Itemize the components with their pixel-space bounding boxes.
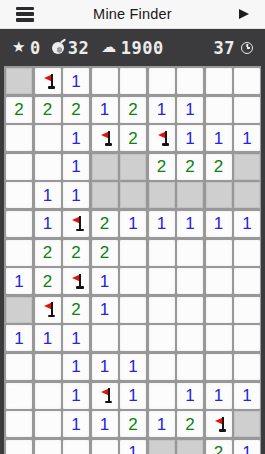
menu-button[interactable] (16, 7, 34, 22)
cell-r3c5[interactable]: 2 (120, 125, 146, 151)
cell-r5c5[interactable] (120, 182, 146, 208)
cell-r9c9[interactable] (234, 297, 260, 323)
navbar: Mine Finder (0, 0, 265, 29)
cell-r5c9[interactable] (234, 182, 260, 208)
flag-icon (212, 417, 225, 432)
cell-r10c2[interactable]: 1 (35, 325, 61, 351)
clock-icon (241, 42, 253, 54)
cell-r7c4[interactable]: 2 (92, 240, 118, 266)
cell-r11c7[interactable] (177, 354, 203, 380)
hamburger-icon (16, 18, 34, 21)
cell-r6c9[interactable]: 1 (234, 211, 260, 237)
cell-r8c6[interactable] (149, 268, 175, 294)
cell-r8c5[interactable] (120, 268, 146, 294)
cell-r13c2[interactable] (35, 411, 61, 437)
cell-r11c8[interactable] (206, 354, 232, 380)
cell-r12c4[interactable] (92, 383, 118, 409)
cell-r14c8[interactable]: 2 (206, 440, 232, 454)
cell-r8c9[interactable] (234, 268, 260, 294)
cell-r11c1[interactable] (6, 354, 32, 380)
cell-r9c7[interactable] (177, 297, 203, 323)
cell-r13c4[interactable]: 1 (92, 411, 118, 437)
cell-r1c9[interactable] (234, 68, 260, 94)
cloud-icon: ☁ (101, 40, 117, 55)
cell-r5c6[interactable] (149, 182, 175, 208)
status-bar: ★ 0 32 ☁ 1900 37 (0, 29, 265, 66)
cell-r3c1[interactable] (6, 125, 32, 151)
cell-r1c8[interactable] (206, 68, 232, 94)
cell-r5c3[interactable]: 1 (63, 182, 89, 208)
timer: 37 (214, 38, 253, 58)
cell-r3c8[interactable]: 1 (206, 125, 232, 151)
cell-r10c3[interactable]: 1 (63, 325, 89, 351)
cell-r4c3[interactable]: 1 (63, 154, 89, 180)
cell-r8c8[interactable] (206, 268, 232, 294)
cell-r1c5[interactable] (120, 68, 146, 94)
cell-r10c5[interactable] (120, 325, 146, 351)
cell-r12c1[interactable] (6, 383, 32, 409)
star-counter: ★ 0 (12, 38, 41, 58)
cell-r3c6[interactable] (149, 125, 175, 151)
mine-count: 32 (68, 38, 89, 58)
cell-r2c1[interactable]: 2 (6, 97, 32, 123)
cell-r10c8[interactable] (206, 325, 232, 351)
cell-r14c5[interactable]: 1 (120, 440, 146, 454)
cell-r5c7[interactable] (177, 182, 203, 208)
cell-r9c8[interactable] (206, 297, 232, 323)
cell-r1c3[interactable]: 1 (63, 68, 89, 94)
cell-r8c1[interactable]: 1 (6, 268, 32, 294)
cell-r2c9[interactable] (234, 97, 260, 123)
cell-r2c7[interactable]: 1 (177, 97, 203, 123)
cell-r2c5[interactable]: 2 (120, 97, 146, 123)
cell-r7c9[interactable] (234, 240, 260, 266)
cell-r10c9[interactable] (234, 325, 260, 351)
flag-icon (98, 388, 111, 403)
cell-r14c4[interactable] (92, 440, 118, 454)
score-counter: ☁ 1900 (101, 38, 163, 58)
cell-r2c8[interactable] (206, 97, 232, 123)
cell-r1c2[interactable] (35, 68, 61, 94)
flag-icon (98, 131, 111, 146)
cell-r6c7[interactable]: 1 (177, 211, 203, 237)
cell-r4c5[interactable] (120, 154, 146, 180)
cell-r14c1[interactable] (6, 440, 32, 454)
cell-r12c3[interactable]: 1 (63, 383, 89, 409)
cell-r10c7[interactable] (177, 325, 203, 351)
cell-r14c7[interactable] (177, 440, 203, 454)
mine-counter: 32 (52, 38, 89, 58)
cell-r12c6[interactable] (149, 383, 175, 409)
cell-r2c4[interactable]: 1 (92, 97, 118, 123)
cell-r14c6[interactable] (149, 440, 175, 454)
cell-r11c4[interactable]: 1 (92, 354, 118, 380)
cell-r3c2[interactable] (35, 125, 61, 151)
cell-r4c9[interactable] (234, 154, 260, 180)
cell-r5c2[interactable]: 1 (35, 182, 61, 208)
cell-r11c6[interactable] (149, 354, 175, 380)
cell-r13c8[interactable] (206, 411, 232, 437)
cell-r13c5[interactable]: 2 (120, 411, 146, 437)
cell-r6c6[interactable]: 1 (149, 211, 175, 237)
cell-r12c2[interactable] (35, 383, 61, 409)
cell-r10c6[interactable] (149, 325, 175, 351)
bomb-icon (52, 42, 64, 54)
hamburger-icon (16, 7, 34, 10)
cell-r2c6[interactable]: 1 (149, 97, 175, 123)
cell-r6c4[interactable]: 2 (92, 211, 118, 237)
cell-r6c2[interactable]: 1 (35, 211, 61, 237)
cell-r4c6[interactable]: 2 (149, 154, 175, 180)
cell-r9c4[interactable]: 1 (92, 297, 118, 323)
cell-r10c1[interactable]: 1 (6, 325, 32, 351)
cell-r11c3[interactable]: 1 (63, 354, 89, 380)
cell-r3c3[interactable]: 1 (63, 125, 89, 151)
cell-r5c4[interactable] (92, 182, 118, 208)
flag-icon (155, 131, 168, 146)
cell-r7c8[interactable] (206, 240, 232, 266)
cell-r4c7[interactable]: 2 (177, 154, 203, 180)
cell-r3c9[interactable]: 1 (234, 125, 260, 151)
cell-r9c5[interactable] (120, 297, 146, 323)
cell-r1c1[interactable] (6, 68, 32, 94)
cell-r7c6[interactable] (149, 240, 175, 266)
cell-r2c2[interactable]: 2 (35, 97, 61, 123)
cell-r7c7[interactable] (177, 240, 203, 266)
cell-r13c3[interactable]: 1 (63, 411, 89, 437)
cell-r14c2[interactable] (35, 440, 61, 454)
cell-r7c1[interactable] (6, 240, 32, 266)
cell-r1c4[interactable] (92, 68, 118, 94)
cell-r9c3[interactable]: 2 (63, 297, 89, 323)
cell-r3c4[interactable] (92, 125, 118, 151)
cell-r13c1[interactable] (6, 411, 32, 437)
flag-icon (70, 216, 83, 231)
cell-r14c3[interactable] (63, 440, 89, 454)
cell-r12c8[interactable]: 1 (206, 383, 232, 409)
cell-r6c3[interactable] (63, 211, 89, 237)
cell-r9c1[interactable] (6, 297, 32, 323)
cell-r13c6[interactable]: 1 (149, 411, 175, 437)
cell-r7c2[interactable]: 2 (35, 240, 61, 266)
cell-r3c7[interactable]: 1 (177, 125, 203, 151)
cell-r7c3[interactable]: 2 (63, 240, 89, 266)
cell-r7c5[interactable] (120, 240, 146, 266)
cell-r9c6[interactable] (149, 297, 175, 323)
page-title: Mine Finder (0, 6, 265, 22)
cell-r13c7[interactable]: 2 (177, 411, 203, 437)
cell-r2c3[interactable]: 2 (63, 97, 89, 123)
cell-r6c5[interactable]: 1 (120, 211, 146, 237)
hamburger-icon (16, 12, 34, 15)
cell-r13c9[interactable] (234, 411, 260, 437)
cell-r12c9[interactable]: 1 (234, 383, 260, 409)
cell-r11c5[interactable]: 1 (120, 354, 146, 380)
flag-icon (70, 274, 83, 289)
cell-r4c1[interactable] (6, 154, 32, 180)
score-value: 1900 (121, 38, 164, 58)
cell-r4c8[interactable]: 2 (206, 154, 232, 180)
cell-r8c4[interactable]: 1 (92, 268, 118, 294)
cell-r8c2[interactable]: 2 (35, 268, 61, 294)
cell-r12c5[interactable]: 1 (120, 383, 146, 409)
cell-r1c7[interactable] (177, 68, 203, 94)
cell-r12c7[interactable]: 1 (177, 383, 203, 409)
board-grid: 1222121112111122211121111122212121111111… (4, 66, 261, 454)
cell-r6c8[interactable]: 1 (206, 211, 232, 237)
cell-r5c1[interactable] (6, 182, 32, 208)
play-button[interactable] (239, 9, 249, 19)
cell-r8c3[interactable] (63, 268, 89, 294)
star-count: 0 (30, 38, 41, 58)
cell-r1c6[interactable] (149, 68, 175, 94)
cell-r5c8[interactable] (206, 182, 232, 208)
star-icon: ★ (12, 40, 26, 55)
cell-r10c4[interactable] (92, 325, 118, 351)
status-left: ★ 0 32 (12, 38, 89, 58)
cell-r14c9[interactable]: 1 (234, 440, 260, 454)
cell-r4c4[interactable] (92, 154, 118, 180)
cell-r8c7[interactable] (177, 268, 203, 294)
cell-r9c2[interactable] (35, 297, 61, 323)
cell-r11c2[interactable] (35, 354, 61, 380)
flag-icon (41, 74, 54, 89)
time-value: 37 (214, 38, 235, 58)
cell-r11c9[interactable] (234, 354, 260, 380)
flag-icon (41, 302, 54, 317)
cell-r4c2[interactable] (35, 154, 61, 180)
cell-r6c1[interactable] (6, 211, 32, 237)
